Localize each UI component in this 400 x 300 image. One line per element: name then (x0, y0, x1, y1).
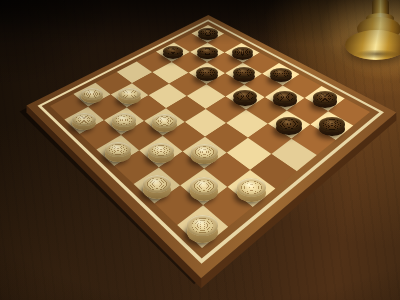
checkers-board[interactable] (0, 0, 400, 300)
dark-piece-part (276, 117, 301, 131)
dark-piece-part (232, 47, 253, 57)
light-piece-part (152, 114, 176, 128)
dark-piece-part (273, 91, 297, 104)
light-piece-part (237, 178, 266, 197)
dark-piece-part (313, 91, 337, 104)
dark-piece-part (270, 68, 293, 79)
dark-piece-part (319, 117, 345, 131)
light-piece-part (105, 142, 131, 158)
light-piece-part (190, 177, 218, 195)
light-piece-part (81, 88, 103, 100)
light-piece-part (112, 113, 136, 127)
light-piece-part (72, 113, 96, 127)
photo-scene (0, 0, 400, 300)
dark-piece-part (198, 28, 218, 37)
dark-piece-part (163, 46, 184, 56)
dark-piece-part (196, 67, 218, 78)
light-piece-part (191, 144, 217, 160)
dark-piece-part (197, 47, 218, 57)
